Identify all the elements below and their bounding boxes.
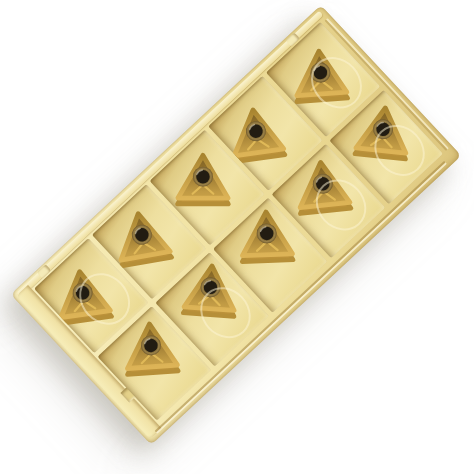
insert-edge-highlight bbox=[313, 190, 335, 201]
carbide-insert bbox=[106, 201, 179, 272]
carbide-insert bbox=[287, 42, 354, 107]
carbide-insert bbox=[172, 148, 235, 209]
insert-hole bbox=[314, 65, 328, 79]
insert-top-face bbox=[294, 49, 347, 95]
product-photo bbox=[0, 0, 474, 474]
insert-top-face bbox=[356, 105, 410, 153]
carbide-insert bbox=[221, 98, 292, 167]
carbide-insert bbox=[288, 152, 357, 219]
insert-top-face bbox=[55, 269, 110, 318]
insert-edge-highlight bbox=[311, 80, 332, 91]
insert-hole-glint bbox=[314, 66, 320, 71]
insert-top-face bbox=[296, 160, 350, 208]
carbide-insert bbox=[117, 315, 184, 380]
